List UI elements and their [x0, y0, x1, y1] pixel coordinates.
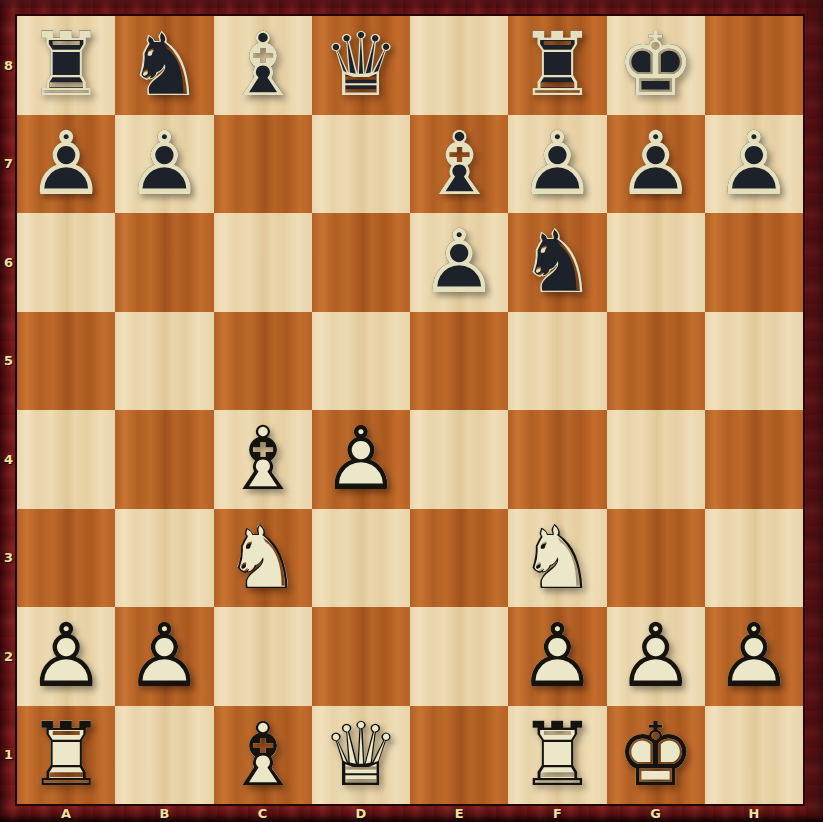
square-c5[interactable]	[214, 312, 312, 411]
piece-outline: ♗	[214, 706, 312, 805]
square-b6[interactable]	[115, 213, 213, 312]
rank-label-2: 2	[0, 607, 17, 706]
square-a7[interactable]: ♟♙	[17, 115, 115, 214]
rank-label-4: 4	[0, 410, 17, 509]
white-pawn[interactable]: ♟♙	[17, 607, 115, 706]
square-g6[interactable]	[607, 213, 705, 312]
square-c4[interactable]: ♝♗	[214, 410, 312, 509]
square-h2[interactable]: ♟♙	[705, 607, 803, 706]
square-c3[interactable]: ♞♘	[214, 509, 312, 608]
square-g7[interactable]: ♟♙	[607, 115, 705, 214]
white-queen[interactable]: ♛♕	[312, 706, 410, 805]
white-pawn[interactable]: ♟♙	[312, 410, 410, 509]
square-g1[interactable]: ♚♔	[607, 706, 705, 805]
square-b8[interactable]: ♞♘	[115, 16, 213, 115]
square-d7[interactable]	[312, 115, 410, 214]
square-f6[interactable]: ♞♘	[508, 213, 606, 312]
square-f2[interactable]: ♟♙	[508, 607, 606, 706]
square-g5[interactable]	[607, 312, 705, 411]
white-bishop[interactable]: ♝♗	[214, 706, 312, 805]
square-f5[interactable]	[508, 312, 606, 411]
piece-outline: ♙	[115, 607, 213, 706]
square-g4[interactable]	[607, 410, 705, 509]
piece-outline: ♕	[312, 706, 410, 805]
piece-outline: ♙	[607, 607, 705, 706]
square-f4[interactable]	[508, 410, 606, 509]
square-d6[interactable]	[312, 213, 410, 312]
rank-label-8: 8	[0, 16, 17, 115]
square-c6[interactable]	[214, 213, 312, 312]
black-pawn[interactable]: ♟♙	[115, 115, 213, 214]
black-pawn[interactable]: ♟♙	[17, 115, 115, 214]
piece-outline: ♗	[214, 16, 312, 115]
white-pawn[interactable]: ♟♙	[607, 607, 705, 706]
square-g3[interactable]	[607, 509, 705, 608]
square-a2[interactable]: ♟♙	[17, 607, 115, 706]
rank-label-3: 3	[0, 509, 17, 608]
rank-label-1: 1	[0, 706, 17, 805]
piece-outline: ♙	[17, 607, 115, 706]
square-b3[interactable]	[115, 509, 213, 608]
piece-outline: ♙	[508, 115, 606, 214]
piece-outline: ♗	[214, 410, 312, 509]
file-label-g: G	[607, 804, 705, 822]
square-b7[interactable]: ♟♙	[115, 115, 213, 214]
piece-outline: ♘	[115, 16, 213, 115]
black-rook[interactable]: ♜♖	[508, 16, 606, 115]
square-a8[interactable]: ♜♖	[17, 16, 115, 115]
square-e7[interactable]: ♝♗	[410, 115, 508, 214]
white-pawn[interactable]: ♟♙	[115, 607, 213, 706]
white-rook[interactable]: ♜♖	[17, 706, 115, 805]
square-b2[interactable]: ♟♙	[115, 607, 213, 706]
square-f1[interactable]: ♜♖	[508, 706, 606, 805]
piece-outline: ♔	[607, 706, 705, 805]
piece-outline: ♘	[508, 213, 606, 312]
piece-outline: ♙	[312, 410, 410, 509]
file-label-e: E	[410, 804, 508, 822]
square-a6[interactable]	[17, 213, 115, 312]
file-label-h: H	[705, 804, 803, 822]
square-c1[interactable]: ♝♗	[214, 706, 312, 805]
black-pawn[interactable]: ♟♙	[607, 115, 705, 214]
black-pawn[interactable]: ♟♙	[705, 115, 803, 214]
piece-outline: ♙	[508, 607, 606, 706]
square-e1[interactable]	[410, 706, 508, 805]
square-c2[interactable]	[214, 607, 312, 706]
square-a5[interactable]	[17, 312, 115, 411]
chess-board: ♜♖♞♘♝♗♛♕♜♖♚♔♟♙♟♙♝♗♟♙♟♙♟♙♟♙♞♘♝♗♟♙♞♘♞♘♟♙♟♙…	[17, 16, 803, 804]
piece-outline: ♘	[508, 509, 606, 608]
piece-outline: ♖	[508, 16, 606, 115]
white-pawn[interactable]: ♟♙	[705, 607, 803, 706]
square-d8[interactable]: ♛♕	[312, 16, 410, 115]
square-a3[interactable]	[17, 509, 115, 608]
white-king[interactable]: ♚♔	[607, 706, 705, 805]
square-g8[interactable]: ♚♔	[607, 16, 705, 115]
piece-outline: ♖	[17, 16, 115, 115]
piece-outline: ♖	[17, 706, 115, 805]
square-f8[interactable]: ♜♖	[508, 16, 606, 115]
rank-labels: 87654321	[0, 16, 17, 804]
square-e3[interactable]	[410, 509, 508, 608]
piece-outline: ♙	[705, 607, 803, 706]
black-king[interactable]: ♚♔	[607, 16, 705, 115]
square-h1[interactable]	[705, 706, 803, 805]
rank-label-6: 6	[0, 213, 17, 312]
black-bishop[interactable]: ♝♗	[214, 16, 312, 115]
piece-outline: ♙	[410, 213, 508, 312]
square-d2[interactable]	[312, 607, 410, 706]
file-label-c: C	[214, 804, 312, 822]
square-h8[interactable]	[705, 16, 803, 115]
square-h3[interactable]	[705, 509, 803, 608]
rank-label-5: 5	[0, 312, 17, 411]
square-h5[interactable]	[705, 312, 803, 411]
white-pawn[interactable]: ♟♙	[508, 607, 606, 706]
square-d5[interactable]	[312, 312, 410, 411]
piece-outline: ♖	[508, 706, 606, 805]
square-a4[interactable]	[17, 410, 115, 509]
square-b1[interactable]	[115, 706, 213, 805]
square-a1[interactable]: ♜♖	[17, 706, 115, 805]
piece-outline: ♔	[607, 16, 705, 115]
square-c8[interactable]: ♝♗	[214, 16, 312, 115]
black-rook[interactable]: ♜♖	[17, 16, 115, 115]
black-bishop[interactable]: ♝♗	[410, 115, 508, 214]
black-knight[interactable]: ♞♘	[508, 213, 606, 312]
piece-outline: ♙	[705, 115, 803, 214]
square-g2[interactable]: ♟♙	[607, 607, 705, 706]
file-label-d: D	[312, 804, 410, 822]
piece-outline: ♙	[607, 115, 705, 214]
file-labels: ABCDEFGH	[17, 804, 803, 822]
square-b4[interactable]	[115, 410, 213, 509]
white-knight[interactable]: ♞♘	[214, 509, 312, 608]
square-f3[interactable]: ♞♘	[508, 509, 606, 608]
file-label-b: B	[115, 804, 213, 822]
piece-outline: ♗	[410, 115, 508, 214]
file-label-f: F	[508, 804, 606, 822]
square-d4[interactable]: ♟♙	[312, 410, 410, 509]
piece-outline: ♙	[17, 115, 115, 214]
white-knight[interactable]: ♞♘	[508, 509, 606, 608]
square-h7[interactable]: ♟♙	[705, 115, 803, 214]
square-e8[interactable]	[410, 16, 508, 115]
square-e5[interactable]	[410, 312, 508, 411]
piece-outline: ♘	[214, 509, 312, 608]
square-e4[interactable]	[410, 410, 508, 509]
square-h6[interactable]	[705, 213, 803, 312]
square-c7[interactable]	[214, 115, 312, 214]
square-d3[interactable]	[312, 509, 410, 608]
square-f7[interactable]: ♟♙	[508, 115, 606, 214]
square-e2[interactable]	[410, 607, 508, 706]
piece-outline: ♙	[115, 115, 213, 214]
square-b5[interactable]	[115, 312, 213, 411]
black-knight[interactable]: ♞♘	[115, 16, 213, 115]
rank-label-7: 7	[0, 115, 17, 214]
square-h4[interactable]	[705, 410, 803, 509]
black-pawn[interactable]: ♟♙	[410, 213, 508, 312]
piece-outline: ♕	[312, 16, 410, 115]
square-d1[interactable]: ♛♕	[312, 706, 410, 805]
black-queen[interactable]: ♛♕	[312, 16, 410, 115]
square-e6[interactable]: ♟♙	[410, 213, 508, 312]
file-label-a: A	[17, 804, 115, 822]
board-frame: ♜♖♞♘♝♗♛♕♜♖♚♔♟♙♟♙♝♗♟♙♟♙♟♙♟♙♞♘♝♗♟♙♞♘♞♘♟♙♟♙…	[0, 0, 823, 822]
white-rook[interactable]: ♜♖	[508, 706, 606, 805]
black-pawn[interactable]: ♟♙	[508, 115, 606, 214]
white-bishop[interactable]: ♝♗	[214, 410, 312, 509]
